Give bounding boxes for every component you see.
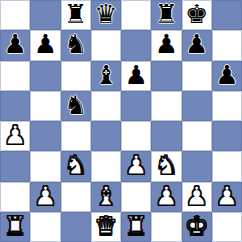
square-b7[interactable]: ♟ bbox=[30, 30, 60, 60]
square-e8[interactable] bbox=[121, 0, 151, 30]
square-e4[interactable] bbox=[121, 121, 151, 151]
square-c7[interactable]: ♞ bbox=[61, 30, 91, 60]
square-f2[interactable]: ♟ bbox=[151, 182, 181, 212]
square-a7[interactable]: ♟ bbox=[0, 30, 30, 60]
black-rook: ♜ bbox=[64, 1, 87, 27]
square-c8[interactable]: ♜ bbox=[61, 0, 91, 30]
black-bishop: ♝ bbox=[94, 62, 117, 88]
black-knight: ♞ bbox=[64, 92, 87, 118]
square-f8[interactable]: ♜ bbox=[151, 0, 181, 30]
square-g1[interactable]: ♚ bbox=[182, 212, 212, 242]
square-f1[interactable] bbox=[151, 212, 181, 242]
square-c1[interactable] bbox=[61, 212, 91, 242]
square-g7[interactable]: ♟ bbox=[182, 30, 212, 60]
square-a4[interactable]: ♟ bbox=[0, 121, 30, 151]
white-pawn: ♟ bbox=[3, 122, 26, 148]
square-b4[interactable] bbox=[30, 121, 60, 151]
square-f3[interactable]: ♞ bbox=[151, 151, 181, 181]
square-f7[interactable]: ♟ bbox=[151, 30, 181, 60]
square-g6[interactable] bbox=[182, 61, 212, 91]
square-a8[interactable] bbox=[0, 0, 30, 30]
square-b3[interactable] bbox=[30, 151, 60, 181]
square-e6[interactable]: ♟ bbox=[121, 61, 151, 91]
square-b8[interactable] bbox=[30, 0, 60, 30]
square-b6[interactable] bbox=[30, 61, 60, 91]
square-d8[interactable]: ♛ bbox=[91, 0, 121, 30]
black-pawn: ♟ bbox=[3, 31, 26, 57]
white-pawn: ♟ bbox=[124, 152, 147, 178]
square-f5[interactable] bbox=[151, 91, 181, 121]
white-pawn: ♟ bbox=[215, 183, 238, 209]
square-b5[interactable] bbox=[30, 91, 60, 121]
white-rook: ♜ bbox=[3, 213, 26, 239]
square-g2[interactable]: ♟ bbox=[182, 182, 212, 212]
black-rook: ♜ bbox=[155, 1, 178, 27]
black-knight: ♞ bbox=[64, 31, 87, 57]
black-king: ♚ bbox=[185, 1, 208, 27]
square-h7[interactable] bbox=[212, 30, 242, 60]
white-pawn: ♟ bbox=[185, 183, 208, 209]
white-king: ♚ bbox=[185, 213, 208, 239]
square-a3[interactable] bbox=[0, 151, 30, 181]
square-f4[interactable] bbox=[151, 121, 181, 151]
white-pawn: ♟ bbox=[155, 183, 178, 209]
square-c3[interactable]: ♞ bbox=[61, 151, 91, 181]
square-f6[interactable] bbox=[151, 61, 181, 91]
square-a2[interactable] bbox=[0, 182, 30, 212]
black-queen: ♛ bbox=[94, 1, 117, 27]
square-h5[interactable] bbox=[212, 91, 242, 121]
white-knight: ♞ bbox=[155, 152, 178, 178]
square-d1[interactable]: ♛ bbox=[91, 212, 121, 242]
square-c6[interactable] bbox=[61, 61, 91, 91]
square-d4[interactable] bbox=[91, 121, 121, 151]
square-c4[interactable] bbox=[61, 121, 91, 151]
square-e7[interactable] bbox=[121, 30, 151, 60]
square-c2[interactable] bbox=[61, 182, 91, 212]
white-bishop: ♝ bbox=[94, 183, 117, 209]
square-g3[interactable] bbox=[182, 151, 212, 181]
square-h8[interactable] bbox=[212, 0, 242, 30]
square-a6[interactable] bbox=[0, 61, 30, 91]
black-pawn: ♟ bbox=[34, 31, 57, 57]
square-c5[interactable]: ♞ bbox=[61, 91, 91, 121]
square-d2[interactable]: ♝ bbox=[91, 182, 121, 212]
square-d7[interactable] bbox=[91, 30, 121, 60]
square-a5[interactable] bbox=[0, 91, 30, 121]
square-h6[interactable]: ♟ bbox=[212, 61, 242, 91]
black-pawn: ♟ bbox=[185, 31, 208, 57]
black-pawn: ♟ bbox=[124, 62, 147, 88]
square-g4[interactable] bbox=[182, 121, 212, 151]
square-e3[interactable]: ♟ bbox=[121, 151, 151, 181]
square-d6[interactable]: ♝ bbox=[91, 61, 121, 91]
square-g8[interactable]: ♚ bbox=[182, 0, 212, 30]
white-queen: ♛ bbox=[94, 213, 117, 239]
chess-board: ♜♛♜♚♟♟♞♟♟♝♟♟♞♟♞♟♞♟♝♟♟♟♜♛♜♚ bbox=[0, 0, 242, 242]
square-h4[interactable] bbox=[212, 121, 242, 151]
square-e2[interactable] bbox=[121, 182, 151, 212]
square-b2[interactable]: ♟ bbox=[30, 182, 60, 212]
square-d3[interactable] bbox=[91, 151, 121, 181]
square-e5[interactable] bbox=[121, 91, 151, 121]
square-h3[interactable] bbox=[212, 151, 242, 181]
square-h2[interactable]: ♟ bbox=[212, 182, 242, 212]
square-a1[interactable]: ♜ bbox=[0, 212, 30, 242]
black-pawn: ♟ bbox=[155, 31, 178, 57]
square-d5[interactable] bbox=[91, 91, 121, 121]
square-h1[interactable] bbox=[212, 212, 242, 242]
white-knight: ♞ bbox=[64, 152, 87, 178]
square-e1[interactable]: ♜ bbox=[121, 212, 151, 242]
square-g5[interactable] bbox=[182, 91, 212, 121]
square-b1[interactable] bbox=[30, 212, 60, 242]
black-pawn: ♟ bbox=[215, 62, 238, 88]
white-pawn: ♟ bbox=[34, 183, 57, 209]
white-rook: ♜ bbox=[124, 213, 147, 239]
